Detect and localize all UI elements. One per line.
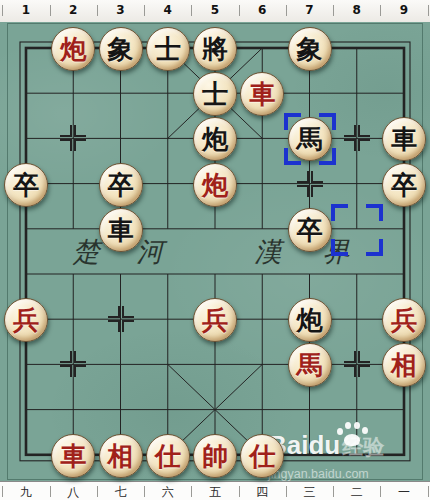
piece-black-卒-f9r3[interactable]: 卒 [382, 163, 426, 207]
ruler-tick [428, 486, 429, 497]
piece-black-馬-f7r2[interactable]: 馬 [288, 117, 332, 161]
ruler-tick [144, 5, 145, 16]
file-label-top-3: 3 [116, 3, 124, 17]
ruler-tick [428, 5, 429, 16]
ruler-tick [239, 486, 240, 497]
ruler-tick [144, 486, 145, 497]
piece-red-車-f6r1[interactable]: 車 [240, 72, 284, 116]
piece-red-炮-f5r3[interactable]: 炮 [193, 163, 237, 207]
piece-black-象-f3r0[interactable]: 象 [99, 27, 143, 71]
river-text: 漢 [255, 234, 282, 270]
file-label-top-1: 1 [22, 3, 30, 17]
piece-red-兵-f5r6[interactable]: 兵 [193, 298, 237, 342]
top-file-ruler: 123456789 [0, 0, 430, 23]
piece-red-仕-f4r9[interactable]: 仕 [146, 434, 190, 478]
river-text: 楚 [73, 234, 100, 270]
ruler-tick [191, 5, 192, 16]
piece-black-卒-f7r4[interactable]: 卒 [288, 208, 332, 252]
piece-black-象-f7r0[interactable]: 象 [288, 27, 332, 71]
ruler-tick [333, 5, 334, 16]
piece-black-士-f4r0[interactable]: 士 [146, 27, 190, 71]
file-label-top-7: 7 [305, 3, 313, 17]
ruler-tick [50, 5, 51, 16]
file-label-bottom-2: 八 [67, 484, 79, 500]
piece-red-帥-f5r9[interactable]: 帥 [193, 434, 237, 478]
bottom-file-ruler: 九八七六五四三二一 [0, 481, 430, 500]
river-text: 河 [137, 234, 164, 270]
piece-red-馬-f7r7[interactable]: 馬 [288, 343, 332, 387]
piece-red-車-f2r9[interactable]: 車 [51, 434, 95, 478]
file-label-bottom-1: 九 [20, 484, 32, 500]
ruler-tick [239, 5, 240, 16]
ruler-tick [2, 486, 3, 497]
piece-black-車-f3r4[interactable]: 車 [99, 208, 143, 252]
file-label-bottom-3: 七 [115, 484, 127, 500]
piece-black-車-f9r2[interactable]: 車 [382, 117, 426, 161]
file-label-top-2: 2 [69, 3, 77, 17]
piece-red-相-f9r7[interactable]: 相 [382, 343, 426, 387]
piece-black-卒-f1r3[interactable]: 卒 [4, 163, 48, 207]
ruler-tick [97, 486, 98, 497]
ruler-tick [286, 486, 287, 497]
ruler-tick [191, 486, 192, 497]
ruler-tick [97, 5, 98, 16]
file-label-top-9: 9 [400, 3, 408, 17]
ruler-tick [2, 5, 3, 16]
piece-black-炮-f7r6[interactable]: 炮 [288, 298, 332, 342]
ruler-tick [333, 486, 334, 497]
ruler-tick [380, 5, 381, 16]
piece-red-兵-f1r6[interactable]: 兵 [4, 298, 48, 342]
piece-black-士-f5r1[interactable]: 士 [193, 72, 237, 116]
ruler-tick [50, 486, 51, 497]
ruler-tick [286, 5, 287, 16]
xiangqi-board[interactable]: Baidu经验 jingyan.baidu.com 楚河漢界炮象士將象士車炮馬車… [0, 22, 430, 481]
file-label-bottom-8: 二 [351, 484, 363, 500]
file-label-top-6: 6 [258, 3, 266, 17]
xiangqi-app: 123456789 Baidu经验 jingyan.baidu.com 楚河漢界… [0, 0, 430, 500]
file-label-bottom-4: 六 [162, 484, 174, 500]
piece-black-炮-f5r2[interactable]: 炮 [193, 117, 237, 161]
piece-red-相-f3r9[interactable]: 相 [99, 434, 143, 478]
file-label-top-8: 8 [353, 3, 361, 17]
file-label-bottom-9: 一 [398, 484, 410, 500]
file-label-top-5: 5 [211, 3, 219, 17]
piece-red-仕-f6r9[interactable]: 仕 [240, 434, 284, 478]
piece-black-將-f5r0[interactable]: 將 [193, 27, 237, 71]
file-label-bottom-5: 五 [209, 484, 221, 500]
piece-red-兵-f9r6[interactable]: 兵 [382, 298, 426, 342]
piece-black-卒-f3r3[interactable]: 卒 [99, 163, 143, 207]
piece-red-炮-f2r0[interactable]: 炮 [51, 27, 95, 71]
file-label-bottom-6: 四 [256, 484, 268, 500]
ruler-tick [380, 486, 381, 497]
file-label-top-4: 4 [164, 3, 172, 17]
file-label-bottom-7: 三 [304, 484, 316, 500]
